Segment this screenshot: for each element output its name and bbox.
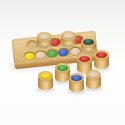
cup-felt-top-natural <box>63 33 74 40</box>
scene <box>0 0 125 125</box>
cup-darkgreen[interactable] <box>81 37 96 51</box>
cup-green[interactable] <box>55 63 70 82</box>
cup-felt-top-natural <box>88 72 99 79</box>
cup-felt-top-blue <box>71 75 82 82</box>
felt-pad-yellow <box>24 53 35 61</box>
cup-red[interactable] <box>94 50 109 69</box>
cup-felt-top-natural <box>39 34 50 41</box>
cup-felt-top-red <box>79 56 90 63</box>
cup-natural[interactable] <box>61 31 76 45</box>
cup-felt-top-green <box>57 65 68 72</box>
cup-blue[interactable] <box>69 73 84 92</box>
felt-pad-green <box>47 50 58 58</box>
cup-natural[interactable] <box>86 70 101 89</box>
cup-yellow[interactable] <box>38 71 53 90</box>
felt-pad-natural <box>35 51 46 59</box>
cup-felt-top-red <box>96 52 107 59</box>
cup-felt-top-yellow <box>40 73 51 80</box>
cup-natural[interactable] <box>37 32 52 46</box>
felt-pad-blue <box>58 49 69 57</box>
cup-felt-top-darkgreen <box>83 39 94 46</box>
board-cell-r1c1[interactable] <box>34 50 47 60</box>
